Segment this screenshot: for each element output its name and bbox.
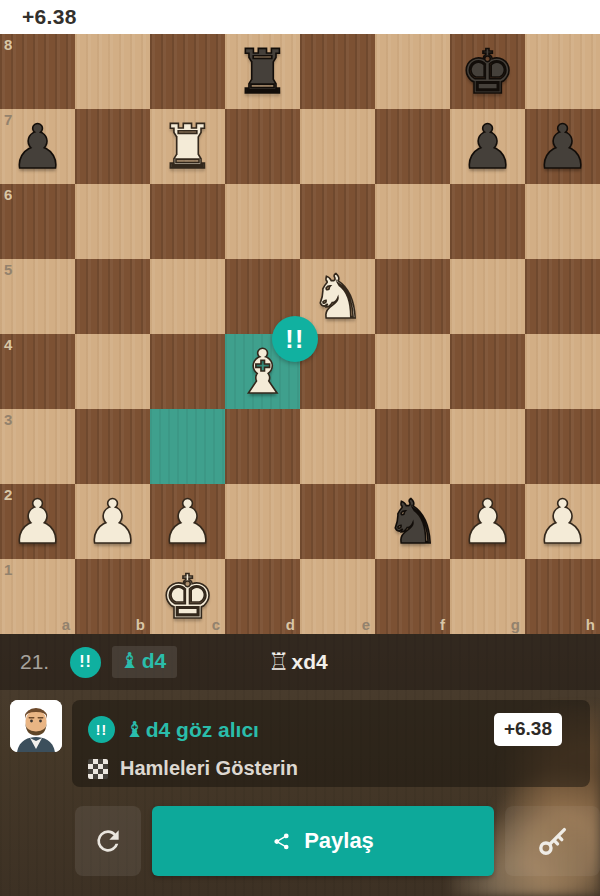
square-h3[interactable] — [525, 409, 600, 484]
black-knight-f2: ♞ — [385, 484, 440, 559]
evaluation-pill: +6.38 — [494, 713, 562, 746]
file-label-h: h — [586, 617, 595, 632]
square-e8[interactable] — [300, 34, 375, 109]
file-label-g: g — [511, 617, 520, 632]
black-move-text: xd4 — [292, 650, 328, 674]
move-number: 21. — [20, 650, 64, 674]
white-pawn-a2: ♟ — [10, 484, 65, 559]
square-b7[interactable] — [75, 109, 150, 184]
square-h6[interactable] — [525, 184, 600, 259]
file-label-f: f — [440, 617, 445, 632]
white-move-item[interactable]: ♝ d4 — [112, 646, 177, 678]
avatar — [10, 700, 62, 752]
chessboard-icon — [88, 759, 108, 779]
rank-label-4: 4 — [4, 337, 12, 352]
black-pawn-g7: ♟ — [460, 109, 515, 184]
square-b6[interactable] — [75, 184, 150, 259]
square-b8[interactable] — [75, 34, 150, 109]
rook-figurine-icon: ♖ — [268, 650, 290, 674]
analysis-title: d4 göz alıcı — [146, 718, 259, 742]
rank-label-2: 2 — [4, 487, 12, 502]
black-pawn-a7: ♟ — [10, 109, 65, 184]
square-e1[interactable]: e — [300, 559, 375, 634]
bottom-panel: 21. !! ♝ d4 ♖ xd4 — [0, 634, 600, 896]
avatar-illustration — [10, 700, 62, 752]
rank-label-5: 5 — [4, 262, 12, 277]
rank-label-6: 6 — [4, 187, 12, 202]
brilliant-badge-text: !! — [285, 325, 305, 354]
square-g7[interactable]: ♟ — [450, 109, 525, 184]
analysis-card-headline: !! ♝ d4 göz alıcı +6.38 — [88, 713, 576, 746]
square-c3[interactable] — [150, 409, 225, 484]
rank-label-8: 8 — [4, 37, 12, 52]
square-d2[interactable] — [225, 484, 300, 559]
show-moves-row[interactable]: Hamleleri Gösterin — [88, 757, 576, 780]
square-d3[interactable] — [225, 409, 300, 484]
app-screen: +6.38 8♜♚7♟♜♟♟65♞4♝32♟♟♟♞♟♟1abc♚defgh !!… — [0, 0, 600, 896]
share-label: Paylaş — [304, 828, 374, 854]
square-h5[interactable] — [525, 259, 600, 334]
square-g3[interactable] — [450, 409, 525, 484]
white-move-text: d4 — [142, 649, 167, 673]
white-pawn-g2: ♟ — [460, 484, 515, 559]
square-a1[interactable]: 1a — [0, 559, 75, 634]
rank-label-3: 3 — [4, 412, 12, 427]
square-g1[interactable]: g — [450, 559, 525, 634]
rank-label-1: 1 — [4, 562, 12, 577]
square-f8[interactable] — [375, 34, 450, 109]
square-e3[interactable] — [300, 409, 375, 484]
show-moves-label: Hamleleri Gösterin — [120, 757, 298, 780]
file-label-e: e — [362, 617, 370, 632]
square-c8[interactable] — [150, 34, 225, 109]
square-d1[interactable]: d — [225, 559, 300, 634]
rank-label-7: 7 — [4, 112, 12, 127]
chess-board[interactable]: 8♜♚7♟♜♟♟65♞4♝32♟♟♟♞♟♟1abc♚defgh !! — [0, 34, 600, 634]
white-pawn-b2: ♟ — [85, 484, 140, 559]
brilliant-badge-small: !! — [70, 647, 101, 678]
square-f6[interactable] — [375, 184, 450, 259]
file-label-a: a — [62, 617, 70, 632]
square-f2[interactable]: ♞ — [375, 484, 450, 559]
square-e6[interactable] — [300, 184, 375, 259]
square-b4[interactable] — [75, 334, 150, 409]
square-c4[interactable] — [150, 334, 225, 409]
square-a4[interactable]: 4 — [0, 334, 75, 409]
square-g6[interactable] — [450, 184, 525, 259]
share-icon — [272, 831, 291, 852]
square-b5[interactable] — [75, 259, 150, 334]
square-d6[interactable] — [225, 184, 300, 259]
square-c1[interactable]: c♚ — [150, 559, 225, 634]
square-e7[interactable] — [300, 109, 375, 184]
square-d7[interactable] — [225, 109, 300, 184]
black-pawn-h7: ♟ — [535, 109, 590, 184]
move-list-row: 21. !! ♝ d4 ♖ xd4 — [0, 634, 600, 690]
square-h1[interactable]: h — [525, 559, 600, 634]
brilliant-badge-card-text: !! — [96, 722, 107, 738]
analysis-card: !! ♝ d4 göz alıcı +6.38 Hamleleri Göster… — [72, 700, 590, 787]
square-c6[interactable] — [150, 184, 225, 259]
square-h8[interactable] — [525, 34, 600, 109]
square-g2[interactable]: ♟ — [450, 484, 525, 559]
white-rook-c7: ♜ — [160, 109, 215, 184]
square-a6[interactable]: 6 — [0, 184, 75, 259]
white-king-c1: ♚ — [160, 559, 215, 634]
file-label-d: d — [286, 617, 295, 632]
brilliant-badge-card: !! — [88, 716, 115, 743]
bishop-figurine-icon: ♝ — [125, 719, 145, 741]
brilliant-move-badge: !! — [272, 316, 318, 362]
square-d8[interactable]: ♜ — [225, 34, 300, 109]
square-c2[interactable]: ♟ — [150, 484, 225, 559]
square-c5[interactable] — [150, 259, 225, 334]
black-rook-d8: ♜ — [235, 34, 290, 109]
square-f7[interactable] — [375, 109, 450, 184]
evaluation-value: +6.38 — [22, 5, 77, 29]
brilliant-badge-small-text: !! — [79, 653, 92, 671]
square-g4[interactable] — [450, 334, 525, 409]
square-a3[interactable]: 3 — [0, 409, 75, 484]
white-knight-e5: ♞ — [310, 259, 365, 334]
file-label-c: c — [212, 617, 220, 632]
refresh-icon — [92, 825, 124, 857]
square-h4[interactable] — [525, 334, 600, 409]
square-a2[interactable]: 2♟ — [0, 484, 75, 559]
square-h7[interactable]: ♟ — [525, 109, 600, 184]
square-a7[interactable]: 7♟ — [0, 109, 75, 184]
key-button[interactable] — [505, 806, 600, 876]
square-g8[interactable]: ♚ — [450, 34, 525, 109]
white-pawn-c2: ♟ — [160, 484, 215, 559]
key-icon — [536, 824, 570, 858]
square-f3[interactable] — [375, 409, 450, 484]
square-f4[interactable] — [375, 334, 450, 409]
square-b3[interactable] — [75, 409, 150, 484]
square-g5[interactable] — [450, 259, 525, 334]
share-button[interactable]: Paylaş — [152, 806, 494, 876]
square-f5[interactable] — [375, 259, 450, 334]
bishop-figurine-icon: ♝ — [120, 650, 140, 672]
square-a8[interactable]: 8 — [0, 34, 75, 109]
square-b1[interactable]: b — [75, 559, 150, 634]
black-king-g8: ♚ — [460, 34, 515, 109]
file-label-b: b — [136, 617, 145, 632]
square-f1[interactable]: f — [375, 559, 450, 634]
retry-button[interactable] — [75, 806, 141, 876]
evaluation-bar: +6.38 — [0, 0, 600, 34]
square-h2[interactable]: ♟ — [525, 484, 600, 559]
square-c7[interactable]: ♜ — [150, 109, 225, 184]
black-move-item[interactable]: ♖ xd4 — [268, 650, 328, 674]
square-a5[interactable]: 5 — [0, 259, 75, 334]
square-b2[interactable]: ♟ — [75, 484, 150, 559]
square-e2[interactable] — [300, 484, 375, 559]
white-pawn-h2: ♟ — [535, 484, 590, 559]
